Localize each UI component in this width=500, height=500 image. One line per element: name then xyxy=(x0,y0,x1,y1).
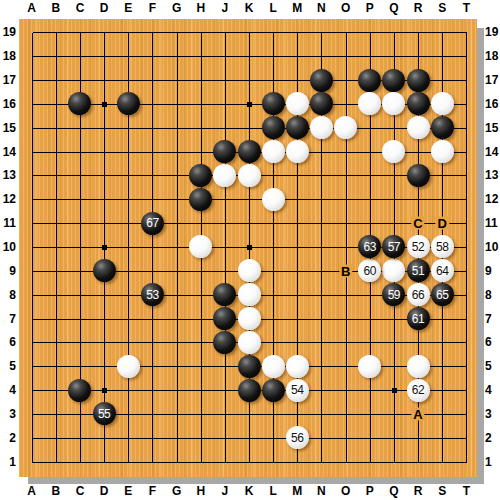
stone-number: 52 xyxy=(412,241,424,253)
coord-label-top-B: B xyxy=(46,1,66,15)
coord-label-right-11: 11 xyxy=(485,216,500,230)
coord-label-left-11: 11 xyxy=(0,216,16,230)
coord-label-right-8: 8 xyxy=(485,288,500,302)
coord-label-right-9: 9 xyxy=(485,264,500,278)
coord-label-right-6: 6 xyxy=(485,335,500,349)
coord-label-bottom-A: A xyxy=(22,484,42,498)
stone-black-R13[interactable] xyxy=(407,164,430,187)
stone-white-E5[interactable] xyxy=(117,355,140,378)
coord-label-top-R: R xyxy=(408,1,428,15)
coord-label-bottom-P: P xyxy=(360,484,380,498)
stone-white-M4-move-54[interactable]: 54 xyxy=(286,379,309,402)
stone-white-M16[interactable] xyxy=(286,92,309,115)
stone-number: 61 xyxy=(412,313,424,325)
coord-label-top-L: L xyxy=(263,1,283,15)
stone-number: 64 xyxy=(436,265,448,277)
stone-white-S10-move-58[interactable]: 58 xyxy=(431,235,454,258)
stone-black-K14[interactable] xyxy=(238,140,261,163)
coord-label-right-5: 5 xyxy=(485,359,500,373)
stone-white-S9-move-64[interactable]: 64 xyxy=(431,259,454,282)
board-label-B-O9: B xyxy=(339,264,352,277)
coord-label-top-N: N xyxy=(311,1,331,15)
coord-label-top-C: C xyxy=(70,1,90,15)
stone-black-Q17[interactable] xyxy=(382,69,405,92)
stone-white-K8[interactable] xyxy=(238,283,261,306)
coord-label-left-3: 3 xyxy=(0,407,16,421)
stone-white-P5[interactable] xyxy=(358,355,381,378)
stone-black-K4[interactable] xyxy=(238,379,261,402)
coord-label-top-F: F xyxy=(142,1,162,15)
coord-label-top-E: E xyxy=(118,1,138,15)
coord-label-top-Q: Q xyxy=(384,1,404,15)
coord-label-bottom-S: S xyxy=(432,484,452,498)
stone-black-R16[interactable] xyxy=(407,92,430,115)
coord-label-right-2: 2 xyxy=(485,431,500,445)
stone-black-S15[interactable] xyxy=(431,116,454,139)
stone-number: 51 xyxy=(412,265,424,277)
coord-label-left-9: 9 xyxy=(0,264,16,278)
stone-white-K7[interactable] xyxy=(238,307,261,330)
stone-black-N17[interactable] xyxy=(310,69,333,92)
coord-label-right-18: 18 xyxy=(485,49,500,63)
coord-label-left-6: 6 xyxy=(0,335,16,349)
coord-label-bottom-E: E xyxy=(118,484,138,498)
stone-white-R10-move-52[interactable]: 52 xyxy=(407,235,430,258)
coord-label-right-19: 19 xyxy=(485,25,500,39)
coord-label-bottom-B: B xyxy=(46,484,66,498)
stone-white-M5[interactable] xyxy=(286,355,309,378)
board-label-D-S11: D xyxy=(435,217,448,230)
stone-number: 62 xyxy=(412,384,424,396)
go-board-diagram: AABBCCDDEEFFGGHHJJKKLLMMNNOOPPQQRRSSTT19… xyxy=(0,0,500,500)
coord-label-left-15: 15 xyxy=(0,121,16,135)
coord-label-right-16: 16 xyxy=(485,97,500,111)
stone-white-N15[interactable] xyxy=(310,116,333,139)
coord-label-top-A: A xyxy=(22,1,42,15)
coord-label-bottom-H: H xyxy=(191,484,211,498)
stone-black-L4[interactable] xyxy=(262,379,285,402)
coord-label-left-13: 13 xyxy=(0,168,16,182)
coord-label-right-14: 14 xyxy=(485,145,500,159)
coord-label-left-10: 10 xyxy=(0,240,16,254)
coord-label-bottom-C: C xyxy=(70,484,90,498)
coord-label-left-7: 7 xyxy=(0,312,16,326)
stone-black-M15[interactable] xyxy=(286,116,309,139)
stone-black-F11-move-67[interactable]: 67 xyxy=(141,212,164,235)
coord-label-bottom-M: M xyxy=(287,484,307,498)
coord-label-right-15: 15 xyxy=(485,121,500,135)
stone-white-S14[interactable] xyxy=(431,140,454,163)
stone-white-K6[interactable] xyxy=(238,331,261,354)
coord-label-bottom-T: T xyxy=(456,484,476,498)
coord-label-top-H: H xyxy=(191,1,211,15)
coord-label-top-K: K xyxy=(239,1,259,15)
stone-number: 54 xyxy=(291,384,303,396)
coord-label-top-S: S xyxy=(432,1,452,15)
coord-label-top-D: D xyxy=(94,1,114,15)
coord-label-top-J: J xyxy=(215,1,235,15)
coord-label-right-3: 3 xyxy=(485,407,500,421)
stone-number: 63 xyxy=(364,241,376,253)
stone-number: 55 xyxy=(98,408,110,420)
coord-label-left-2: 2 xyxy=(0,431,16,445)
coord-label-right-12: 12 xyxy=(485,192,500,206)
stone-white-K9[interactable] xyxy=(238,259,261,282)
stone-white-L14[interactable] xyxy=(262,140,285,163)
coord-label-top-P: P xyxy=(360,1,380,15)
coord-label-left-5: 5 xyxy=(0,359,16,373)
stone-black-K5[interactable] xyxy=(238,355,261,378)
stone-white-L12[interactable] xyxy=(262,188,285,211)
coord-label-left-14: 14 xyxy=(0,145,16,159)
coord-label-right-1: 1 xyxy=(485,455,500,469)
stone-black-H13[interactable] xyxy=(189,164,212,187)
stone-black-P17[interactable] xyxy=(358,69,381,92)
stone-black-R7-move-61[interactable]: 61 xyxy=(407,307,430,330)
coord-label-left-1: 1 xyxy=(0,455,16,469)
stone-number: 57 xyxy=(388,241,400,253)
coord-label-top-M: M xyxy=(287,1,307,15)
stone-white-R15[interactable] xyxy=(407,116,430,139)
coord-label-right-7: 7 xyxy=(485,312,500,326)
stone-black-S8-move-65[interactable]: 65 xyxy=(431,283,454,306)
coord-label-left-16: 16 xyxy=(0,97,16,111)
stone-number: 58 xyxy=(436,241,448,253)
coord-label-bottom-L: L xyxy=(263,484,283,498)
coord-label-top-T: T xyxy=(456,1,476,15)
coord-label-left-17: 17 xyxy=(0,73,16,87)
coord-label-top-G: G xyxy=(167,1,187,15)
coord-label-bottom-K: K xyxy=(239,484,259,498)
stone-black-R9-move-51[interactable]: 51 xyxy=(407,259,430,282)
stone-number: 56 xyxy=(291,432,303,444)
stone-black-R17[interactable] xyxy=(407,69,430,92)
coord-label-left-19: 19 xyxy=(0,25,16,39)
coord-label-left-4: 4 xyxy=(0,383,16,397)
coord-label-left-8: 8 xyxy=(0,288,16,302)
stone-white-R4-move-62[interactable]: 62 xyxy=(407,379,430,402)
coord-label-right-13: 13 xyxy=(485,168,500,182)
stone-number: 59 xyxy=(388,289,400,301)
stone-white-R8-move-66[interactable]: 66 xyxy=(407,283,430,306)
coord-label-left-18: 18 xyxy=(0,49,16,63)
coord-label-right-17: 17 xyxy=(485,73,500,87)
stone-black-H12[interactable] xyxy=(189,188,212,211)
stone-black-E16[interactable] xyxy=(117,92,140,115)
board-label-C-R11: C xyxy=(411,217,424,230)
stone-black-L16[interactable] xyxy=(262,92,285,115)
coord-label-bottom-Q: Q xyxy=(384,484,404,498)
stone-black-D3-move-55[interactable]: 55 xyxy=(93,402,116,425)
stone-white-S16[interactable] xyxy=(431,92,454,115)
stone-number: 53 xyxy=(146,289,158,301)
coord-label-bottom-F: F xyxy=(142,484,162,498)
stone-black-L15[interactable] xyxy=(262,116,285,139)
stone-black-C4[interactable] xyxy=(68,379,91,402)
coord-label-right-10: 10 xyxy=(485,240,500,254)
stone-number: 67 xyxy=(146,217,158,229)
coord-label-bottom-J: J xyxy=(215,484,235,498)
stone-number: 66 xyxy=(412,289,424,301)
stone-white-M2-move-56[interactable]: 56 xyxy=(286,426,309,449)
stone-white-M14[interactable] xyxy=(286,140,309,163)
coord-label-top-O: O xyxy=(336,1,356,15)
coord-label-bottom-R: R xyxy=(408,484,428,498)
board-label-A-R3: A xyxy=(411,407,424,420)
coord-label-bottom-D: D xyxy=(94,484,114,498)
stone-number: 65 xyxy=(436,289,448,301)
coord-label-bottom-O: O xyxy=(336,484,356,498)
coord-label-bottom-N: N xyxy=(311,484,331,498)
stone-white-L5[interactable] xyxy=(262,355,285,378)
stone-number: 60 xyxy=(364,265,376,277)
coord-label-right-4: 4 xyxy=(485,383,500,397)
coord-label-left-12: 12 xyxy=(0,192,16,206)
stone-white-K13[interactable] xyxy=(238,164,261,187)
coord-label-bottom-G: G xyxy=(167,484,187,498)
stone-white-R5[interactable] xyxy=(407,355,430,378)
stone-black-F8-move-53[interactable]: 53 xyxy=(141,283,164,306)
stone-black-D9[interactable] xyxy=(93,259,116,282)
